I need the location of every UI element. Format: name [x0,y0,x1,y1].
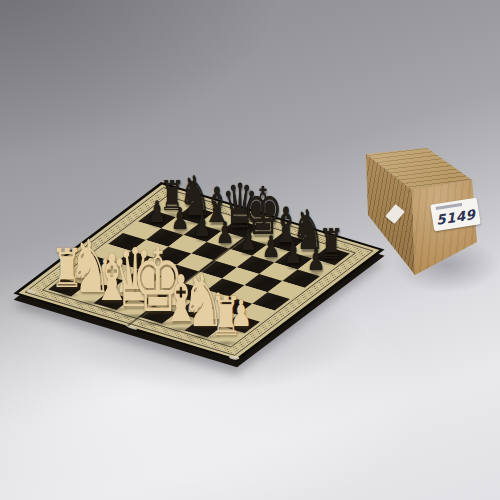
photo-stage: 5149 ♜♞♝♛♚♝♞♜♟♟♟♟♟♟♟♟♟♟♟♟♟♟♟♟♜♞♝♛♚♝♞♜ [0,0,500,500]
wooden-chess-box: 5149 [360,144,485,284]
